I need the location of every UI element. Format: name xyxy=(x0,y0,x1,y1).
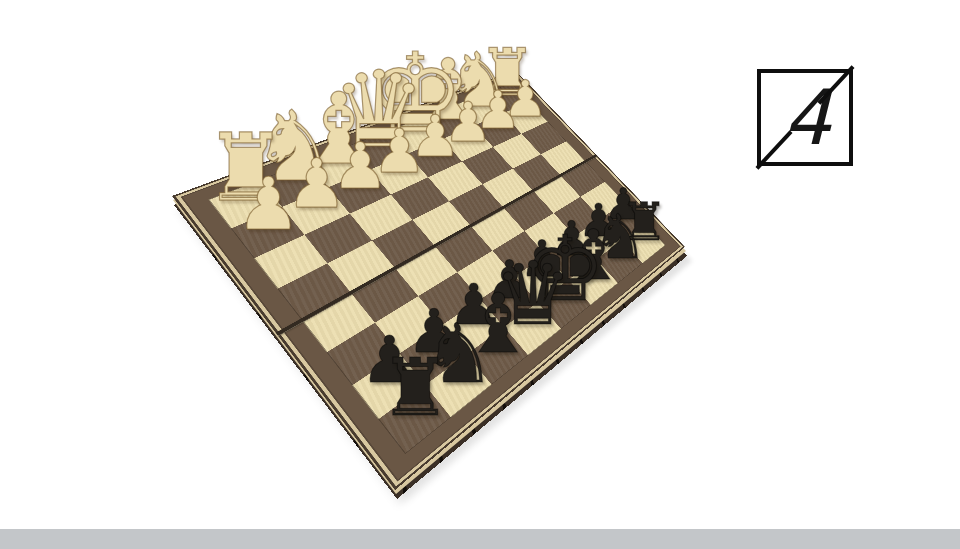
product-photo-stage: ♜♞♝♛♚♝♞♜♟♟♟♟♟♟♟♟♟♟♟♟♟♟♟♟♜♞♝♛♚♝♞♜ 4 xyxy=(0,0,960,549)
chess-board xyxy=(172,70,685,490)
step-badge-number: 4 xyxy=(783,73,831,162)
step-badge: 4 xyxy=(757,69,853,166)
footer-bar xyxy=(0,529,960,549)
squares-grid xyxy=(208,83,665,454)
